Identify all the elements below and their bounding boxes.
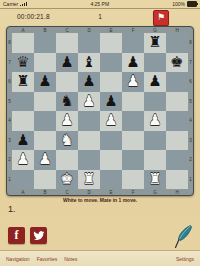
square-g5[interactable] (144, 92, 166, 112)
rank-label-right-5: 5 (188, 92, 193, 112)
square-e6[interactable] (100, 72, 122, 92)
file-label-bottom-e: E (100, 189, 122, 195)
square-f3[interactable] (122, 131, 144, 151)
square-b4[interactable] (34, 111, 56, 131)
black-rook: ♜ (148, 33, 161, 52)
white-rook: ♜ (148, 170, 161, 189)
square-h2[interactable] (166, 150, 188, 170)
clock-label: 4:25 PM (90, 1, 109, 7)
square-e4[interactable]: ♟ (100, 111, 122, 131)
square-g3[interactable] (144, 131, 166, 151)
black-pawn: ♟ (38, 72, 51, 91)
white-pawn: ♟ (82, 92, 95, 111)
rank-label-right-7: 7 (188, 53, 193, 73)
square-a6[interactable]: ♜ (12, 72, 34, 92)
battery-icon (187, 1, 197, 7)
square-b5[interactable] (34, 92, 56, 112)
square-d4[interactable] (78, 111, 100, 131)
rank-label-right-2: 2 (188, 150, 193, 170)
square-b1[interactable] (34, 170, 56, 190)
square-c1[interactable]: ♚ (56, 170, 78, 190)
square-e2[interactable] (100, 150, 122, 170)
facebook-button[interactable]: f (8, 227, 25, 244)
square-b3[interactable] (34, 131, 56, 151)
square-d7[interactable]: ♝ (78, 53, 100, 73)
status-bar: Carrier 4:25 PM 100% (0, 0, 200, 9)
square-f5[interactable] (122, 92, 144, 112)
square-f4[interactable] (122, 111, 144, 131)
black-pawn: ♟ (104, 92, 117, 111)
rank-label-right-6: 6 (188, 72, 193, 92)
black-pawn: ♟ (82, 72, 95, 91)
square-h6[interactable] (166, 72, 188, 92)
toolbar-item-favorites[interactable]: Favorites (37, 256, 58, 262)
square-f8[interactable] (122, 33, 144, 53)
puzzle-prompt: White to move. Mate in 1 move. (0, 197, 200, 203)
square-c7[interactable]: ♟ (56, 53, 78, 73)
square-f2[interactable] (122, 150, 144, 170)
signal-icon (20, 2, 27, 6)
square-e3[interactable] (100, 131, 122, 151)
square-e1[interactable] (100, 170, 122, 190)
puzzle-number: 1 (0, 13, 200, 20)
square-g8[interactable]: ♜ (144, 33, 166, 53)
square-h8[interactable] (166, 33, 188, 53)
square-h1[interactable] (166, 170, 188, 190)
square-c4[interactable]: ♟ (56, 111, 78, 131)
square-d2[interactable] (78, 150, 100, 170)
white-pawn: ♟ (126, 72, 139, 91)
white-king: ♚ (60, 170, 73, 189)
square-g7[interactable] (144, 53, 166, 73)
square-a5[interactable] (12, 92, 34, 112)
black-rook: ♜ (16, 72, 29, 91)
square-c6[interactable] (56, 72, 78, 92)
board-corner (188, 189, 193, 195)
square-h4[interactable] (166, 111, 188, 131)
square-b8[interactable] (34, 33, 56, 53)
file-label-bottom-b: B (34, 189, 56, 195)
white-pawn: ♟ (16, 150, 29, 169)
square-c8[interactable] (56, 33, 78, 53)
square-c5[interactable]: ♞ (56, 92, 78, 112)
square-e8[interactable] (100, 33, 122, 53)
square-b2[interactable]: ♟ (34, 150, 56, 170)
puzzle-header: 00:00:21.8 1 ⚑ (0, 9, 200, 26)
square-b6[interactable]: ♟ (34, 72, 56, 92)
board-grid: ABCDEFGH8♜87♛♟♝♟♚76♜♟♟♟♟65♞♟♟54♟♟♟43♟♞32… (7, 27, 193, 195)
move-number-label: 1. (8, 204, 16, 214)
square-g1[interactable]: ♜ (144, 170, 166, 190)
file-label-bottom-f: F (122, 189, 144, 195)
file-label-bottom-g: G (144, 189, 166, 195)
square-g6[interactable]: ♟ (144, 72, 166, 92)
square-f1[interactable] (122, 170, 144, 190)
toolbar-item-notes[interactable]: Notes (64, 256, 77, 262)
twitter-button[interactable] (30, 227, 47, 244)
white-pawn: ♟ (148, 111, 161, 130)
chess-board: ABCDEFGH8♜87♛♟♝♟♚76♜♟♟♟♟65♞♟♟54♟♟♟43♟♞32… (6, 26, 194, 196)
black-queen: ♛ (16, 53, 29, 72)
square-d3[interactable] (78, 131, 100, 151)
square-c3[interactable]: ♞ (56, 131, 78, 151)
square-g4[interactable]: ♟ (144, 111, 166, 131)
flag-icon: ⚑ (157, 12, 165, 22)
black-knight: ♞ (60, 92, 73, 111)
square-b7[interactable] (34, 53, 56, 73)
file-label-bottom-c: C (56, 189, 78, 195)
app-screen: Carrier 4:25 PM 100% 00:00:21.8 1 ⚑ ABCD… (0, 0, 200, 266)
square-d8[interactable] (78, 33, 100, 53)
quill-feather-icon[interactable] (172, 224, 194, 250)
square-a3[interactable]: ♟ (12, 131, 34, 151)
square-f7[interactable]: ♟ (122, 53, 144, 73)
square-h5[interactable] (166, 92, 188, 112)
square-h3[interactable] (166, 131, 188, 151)
white-pawn: ♟ (38, 150, 51, 169)
square-g2[interactable] (144, 150, 166, 170)
square-d6[interactable]: ♟ (78, 72, 100, 92)
rank-label-right-8: 8 (188, 33, 193, 53)
flag-button[interactable]: ⚑ (153, 10, 169, 26)
square-c2[interactable] (56, 150, 78, 170)
rank-label-right-3: 3 (188, 131, 193, 151)
black-pawn: ♟ (60, 53, 73, 72)
rank-label-right-1: 1 (188, 170, 193, 190)
square-a8[interactable] (12, 33, 34, 53)
square-a7[interactable]: ♛ (12, 53, 34, 73)
file-label-bottom-a: A (12, 189, 34, 195)
white-knight: ♞ (60, 131, 73, 150)
black-pawn: ♟ (126, 53, 139, 72)
bottom-toolbar: Navigation Favorites Notes Settings (0, 250, 200, 266)
white-pawn: ♟ (60, 111, 73, 130)
white-rook: ♜ (82, 170, 95, 189)
file-label-bottom-h: H (166, 189, 188, 195)
square-a2[interactable]: ♟ (12, 150, 34, 170)
square-d1[interactable]: ♜ (78, 170, 100, 190)
file-label-bottom-d: D (78, 189, 100, 195)
toolbar-item-settings[interactable]: Settings (176, 256, 194, 262)
black-pawn: ♟ (16, 131, 29, 150)
rank-label-right-4: 4 (188, 111, 193, 131)
facebook-icon: f (15, 228, 19, 243)
twitter-bird-icon (33, 231, 45, 241)
black-king: ♚ (170, 53, 183, 72)
square-e5[interactable]: ♟ (100, 92, 122, 112)
square-a1[interactable] (12, 170, 34, 190)
square-f6[interactable]: ♟ (122, 72, 144, 92)
square-h7[interactable]: ♚ (166, 53, 188, 73)
black-pawn: ♟ (148, 72, 161, 91)
square-e7[interactable] (100, 53, 122, 73)
toolbar-item-navigation[interactable]: Navigation (6, 256, 30, 262)
white-pawn: ♟ (104, 111, 117, 130)
carrier-label: Carrier (3, 1, 18, 7)
battery-percent: 100% (172, 1, 185, 7)
square-a4[interactable] (12, 111, 34, 131)
black-bishop: ♝ (82, 53, 95, 72)
square-d5[interactable]: ♟ (78, 92, 100, 112)
